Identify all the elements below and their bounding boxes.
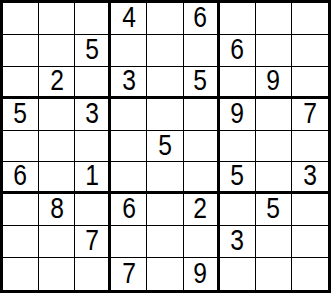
cell-r5c8[interactable] xyxy=(256,131,292,163)
cell-r4c2[interactable] xyxy=(39,99,75,131)
cell-r6c7[interactable]: 5 xyxy=(220,162,256,194)
cell-r9c1[interactable] xyxy=(3,258,39,290)
cell-r3c1[interactable] xyxy=(3,67,39,99)
cell-r1c7[interactable] xyxy=(220,3,256,35)
given-digit: 3 xyxy=(303,162,317,192)
cell-r1c3[interactable] xyxy=(75,3,111,35)
cell-r1c9[interactable] xyxy=(292,3,328,35)
cell-r2c3[interactable]: 5 xyxy=(75,35,111,67)
cell-r2c5[interactable] xyxy=(147,35,183,67)
cell-r8c8[interactable] xyxy=(256,226,292,258)
given-digit: 5 xyxy=(230,162,244,192)
cell-r3c5[interactable] xyxy=(147,67,183,99)
given-digit: 6 xyxy=(193,3,207,34)
cell-r3c2[interactable]: 2 xyxy=(39,67,75,99)
given-digit: 9 xyxy=(266,67,280,97)
cell-r1c5[interactable] xyxy=(147,3,183,35)
given-digit: 5 xyxy=(266,194,280,225)
cell-r4c9[interactable]: 7 xyxy=(292,99,328,131)
cell-r4c8[interactable] xyxy=(256,99,292,131)
cell-r1c8[interactable] xyxy=(256,3,292,35)
cell-r3c4[interactable]: 3 xyxy=(111,67,147,99)
cell-r3c7[interactable] xyxy=(220,67,256,99)
cell-r2c1[interactable] xyxy=(3,35,39,67)
cell-r8c4[interactable] xyxy=(111,226,147,258)
cell-r7c9[interactable] xyxy=(292,194,328,226)
cell-r9c5[interactable] xyxy=(147,258,183,290)
cell-r7c1[interactable] xyxy=(3,194,39,226)
given-digit: 2 xyxy=(193,194,207,225)
cell-r6c3[interactable]: 1 xyxy=(75,162,111,194)
cell-r9c7[interactable] xyxy=(220,258,256,290)
given-digit: 7 xyxy=(303,99,317,130)
cell-r7c6[interactable]: 2 xyxy=(184,194,220,226)
given-digit: 7 xyxy=(122,259,136,290)
cell-r1c4[interactable]: 4 xyxy=(111,3,147,35)
cell-r2c8[interactable] xyxy=(256,35,292,67)
cell-r3c3[interactable] xyxy=(75,67,111,99)
cell-r5c9[interactable] xyxy=(292,131,328,163)
cell-r5c2[interactable] xyxy=(39,131,75,163)
cell-r6c9[interactable]: 3 xyxy=(292,162,328,194)
cell-r8c5[interactable] xyxy=(147,226,183,258)
cell-r6c1[interactable]: 6 xyxy=(3,162,39,194)
given-digit: 6 xyxy=(122,194,136,225)
given-digit: 3 xyxy=(85,99,99,130)
cell-r8c7[interactable]: 3 xyxy=(220,226,256,258)
cell-r8c6[interactable] xyxy=(184,226,220,258)
cell-r2c2[interactable] xyxy=(39,35,75,67)
cell-r6c4[interactable] xyxy=(111,162,147,194)
cell-r6c8[interactable] xyxy=(256,162,292,194)
cell-r7c2[interactable]: 8 xyxy=(39,194,75,226)
cell-r9c4[interactable]: 7 xyxy=(111,258,147,290)
cell-r2c4[interactable] xyxy=(111,35,147,67)
cell-r2c9[interactable] xyxy=(292,35,328,67)
cell-r4c6[interactable] xyxy=(184,99,220,131)
cell-r6c6[interactable] xyxy=(184,162,220,194)
cell-r4c1[interactable]: 5 xyxy=(3,99,39,131)
given-digit: 1 xyxy=(85,162,99,192)
cell-r7c4[interactable]: 6 xyxy=(111,194,147,226)
given-digit: 9 xyxy=(230,99,244,130)
cell-r1c6[interactable]: 6 xyxy=(184,3,220,35)
cell-r7c8[interactable]: 5 xyxy=(256,194,292,226)
cell-r4c5[interactable] xyxy=(147,99,183,131)
cell-r5c4[interactable] xyxy=(111,131,147,163)
cell-r6c5[interactable] xyxy=(147,162,183,194)
cell-r2c7[interactable]: 6 xyxy=(220,35,256,67)
given-digit: 5 xyxy=(14,99,28,130)
cell-r3c8[interactable]: 9 xyxy=(256,67,292,99)
cell-r3c6[interactable]: 5 xyxy=(184,67,220,99)
given-digit: 2 xyxy=(50,67,64,97)
given-digit: 3 xyxy=(230,226,244,257)
cell-r1c1[interactable] xyxy=(3,3,39,35)
given-digit: 4 xyxy=(122,3,136,34)
given-digit: 5 xyxy=(85,35,99,66)
given-digit: 8 xyxy=(50,194,64,225)
cell-r4c7[interactable]: 9 xyxy=(220,99,256,131)
cell-r5c6[interactable] xyxy=(184,131,220,163)
given-digit: 5 xyxy=(193,67,207,97)
cell-r5c7[interactable] xyxy=(220,131,256,163)
cell-r4c4[interactable] xyxy=(111,99,147,131)
sudoku-board: 4656235953975615386257379 xyxy=(0,0,331,293)
given-digit: 3 xyxy=(122,67,136,97)
cell-r2c6[interactable] xyxy=(184,35,220,67)
cell-r5c5[interactable]: 5 xyxy=(147,131,183,163)
cell-r7c3[interactable] xyxy=(75,194,111,226)
cell-r9c3[interactable] xyxy=(75,258,111,290)
cell-r9c9[interactable] xyxy=(292,258,328,290)
cell-r8c2[interactable] xyxy=(39,226,75,258)
given-digit: 7 xyxy=(85,226,99,257)
cell-r4c3[interactable]: 3 xyxy=(75,99,111,131)
given-digit: 5 xyxy=(158,131,172,162)
cell-r5c1[interactable] xyxy=(3,131,39,163)
given-digit: 9 xyxy=(193,259,207,290)
cell-r8c3[interactable]: 7 xyxy=(75,226,111,258)
cell-r9c6[interactable]: 9 xyxy=(184,258,220,290)
cell-r7c5[interactable] xyxy=(147,194,183,226)
cell-r7c7[interactable] xyxy=(220,194,256,226)
cell-r5c3[interactable] xyxy=(75,131,111,163)
cell-r6c2[interactable] xyxy=(39,162,75,194)
cell-r8c1[interactable] xyxy=(3,226,39,258)
given-digit: 6 xyxy=(14,162,28,192)
cell-r1c2[interactable] xyxy=(39,3,75,35)
cell-r3c9[interactable] xyxy=(292,67,328,99)
cell-r9c2[interactable] xyxy=(39,258,75,290)
cell-r9c8[interactable] xyxy=(256,258,292,290)
given-digit: 6 xyxy=(230,35,244,66)
cell-r8c9[interactable] xyxy=(292,226,328,258)
